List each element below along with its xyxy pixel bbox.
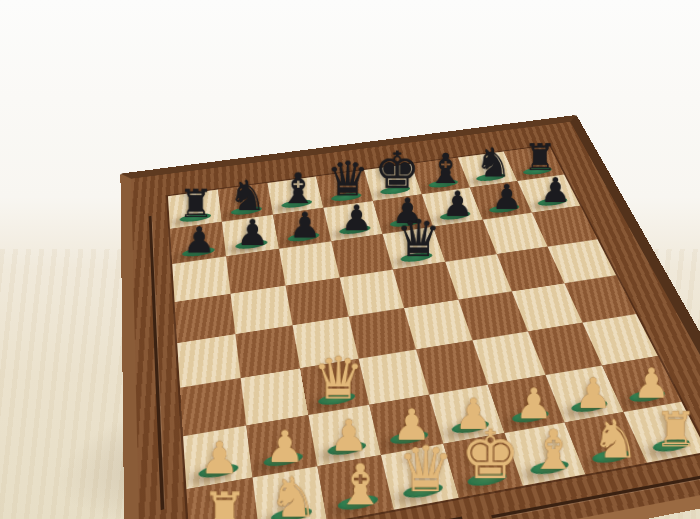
black-rook-piece: ♜ xyxy=(170,185,221,223)
white-rook-piece: ♜ xyxy=(644,406,700,454)
square-e4 xyxy=(404,300,472,350)
black-pawn-piece: ♟ xyxy=(172,222,225,258)
square-b1: ♞ xyxy=(253,466,328,519)
board-playing-surface: ♜♞♝♛♚♝♞♜♟♟♟♟♟♟♟♟♛♛♟♟♟♟♟♟♟♟♜♞♝♛♚♝♞♜ xyxy=(168,145,700,519)
white-queen-piece: ♛ xyxy=(308,349,370,407)
white-bishop-piece: ♝ xyxy=(326,456,393,513)
black-pawn-piece: ♟ xyxy=(331,201,383,236)
white-bishop-piece: ♝ xyxy=(521,422,586,477)
square-c5 xyxy=(286,278,349,326)
square-h4 xyxy=(564,275,636,323)
white-pawn-piece: ♟ xyxy=(187,436,253,480)
square-c3: ♛ xyxy=(300,359,369,415)
square-c1: ♝ xyxy=(317,455,393,519)
white-knight-piece: ♞ xyxy=(583,412,648,465)
square-a7: ♟ xyxy=(170,222,226,264)
black-pawn-piece: ♟ xyxy=(226,215,279,251)
square-d7: ♟ xyxy=(323,201,382,241)
square-e6: ♛ xyxy=(383,227,446,270)
perspective-scene: ♜♞♝♛♚♝♞♜♟♟♟♟♟♟♟♟♛♛♟♟♟♟♟♟♟♟♜♞♝♛♚♝♞♜ xyxy=(0,0,700,519)
black-king-piece: ♚ xyxy=(372,145,422,196)
expansion-groove xyxy=(149,216,165,510)
black-knight-piece: ♞ xyxy=(222,175,273,217)
black-pawn-piece: ♟ xyxy=(279,208,331,244)
black-queen-piece: ♛ xyxy=(323,155,373,202)
square-b7: ♟ xyxy=(222,215,279,257)
black-pawn-piece: ♟ xyxy=(481,180,532,214)
black-queen-piece: ♛ xyxy=(392,213,446,264)
black-bishop-piece: ♝ xyxy=(273,167,324,209)
square-c7: ♟ xyxy=(273,208,331,249)
photo-stage: ♜♞♝♛♚♝♞♜♟♟♟♟♟♟♟♟♛♛♟♟♟♟♟♟♟♟♜♞♝♛♚♝♞♜ xyxy=(0,0,700,519)
square-a2: ♟ xyxy=(183,426,252,490)
white-queen-piece: ♛ xyxy=(392,438,459,501)
white-rook-piece: ♜ xyxy=(190,486,259,519)
black-pawn-piece: ♟ xyxy=(530,173,580,207)
board-grid: ♜♞♝♛♚♝♞♜♟♟♟♟♟♟♟♟♛♛♟♟♟♟♟♟♟♟♜♞♝♛♚♝♞♜ xyxy=(168,145,700,519)
chess-board: ♜♞♝♛♚♝♞♜♟♟♟♟♟♟♟♟♛♛♟♟♟♟♟♟♟♟♜♞♝♛♚♝♞♜ xyxy=(120,115,700,519)
white-king-piece: ♚ xyxy=(457,422,523,489)
square-b6 xyxy=(226,249,285,294)
white-pawn-piece: ♟ xyxy=(621,363,682,405)
white-knight-piece: ♞ xyxy=(259,469,327,519)
square-a5 xyxy=(175,294,236,343)
white-pawn-piece: ♟ xyxy=(252,425,317,469)
square-a4 xyxy=(177,334,240,388)
